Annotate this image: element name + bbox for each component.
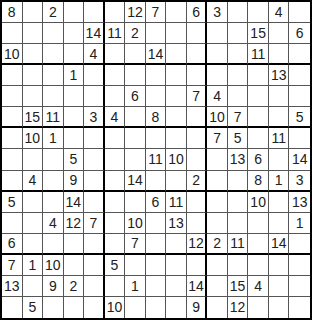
- cell-r9c7[interactable]: 14: [125, 171, 146, 192]
- cell-r4c12[interactable]: [228, 65, 249, 86]
- cell-r5c10[interactable]: 7: [187, 86, 208, 107]
- cell-r15c2[interactable]: 5: [23, 297, 44, 318]
- cell-r14c4[interactable]: 2: [64, 276, 85, 297]
- cell-r9c12[interactable]: [228, 171, 249, 192]
- cell-r3c7[interactable]: [125, 44, 146, 65]
- cell-r11c2[interactable]: [23, 213, 44, 234]
- cell-r14c14[interactable]: [269, 276, 290, 297]
- cell-r14c11[interactable]: [207, 276, 228, 297]
- cell-r5c4[interactable]: [64, 86, 85, 107]
- cell-r11c14[interactable]: [269, 213, 290, 234]
- cell-r15c8[interactable]: [146, 297, 167, 318]
- cell-r5c13[interactable]: [248, 86, 269, 107]
- cell-r10c9[interactable]: 11: [166, 192, 187, 213]
- cell-r6c1[interactable]: [2, 107, 23, 128]
- cell-r11c4[interactable]: 12: [64, 213, 85, 234]
- cell-r9c11[interactable]: [207, 171, 228, 192]
- cell-r8c11[interactable]: [207, 149, 228, 170]
- cell-r6c2[interactable]: 15: [23, 107, 44, 128]
- cell-r5c11[interactable]: 4: [207, 86, 228, 107]
- cell-r5c14[interactable]: [269, 86, 290, 107]
- cell-r3c2[interactable]: [23, 44, 44, 65]
- cell-r7c12[interactable]: 5: [228, 128, 249, 149]
- cell-r10c6[interactable]: [105, 192, 126, 213]
- cell-r1c2[interactable]: [23, 2, 44, 23]
- cell-r15c9[interactable]: [166, 297, 187, 318]
- cell-r7c1[interactable]: [2, 128, 23, 149]
- cell-r3c13[interactable]: 11: [248, 44, 269, 65]
- cell-r6c9[interactable]: [166, 107, 187, 128]
- cell-r9c2[interactable]: 4: [23, 171, 44, 192]
- cell-r11c5[interactable]: 7: [84, 213, 105, 234]
- cell-r12c11[interactable]: 2: [207, 234, 228, 255]
- cell-r7c3[interactable]: 1: [43, 128, 64, 149]
- cell-r12c13[interactable]: [248, 234, 269, 255]
- cell-r15c6[interactable]: 10: [105, 297, 126, 318]
- cell-r11c10[interactable]: [187, 213, 208, 234]
- cell-r1c1[interactable]: 8: [2, 2, 23, 23]
- cell-r12c6[interactable]: [105, 234, 126, 255]
- cell-r3c14[interactable]: [269, 44, 290, 65]
- cell-r11c8[interactable]: [146, 213, 167, 234]
- cell-r9c4[interactable]: 9: [64, 171, 85, 192]
- cell-r9c1[interactable]: [2, 171, 23, 192]
- cell-r2c8[interactable]: [146, 23, 167, 44]
- cell-r7c10[interactable]: [187, 128, 208, 149]
- cell-r4c2[interactable]: [23, 65, 44, 86]
- cell-r7c15[interactable]: [289, 128, 310, 149]
- cell-r2c14[interactable]: [269, 23, 290, 44]
- cell-r15c4[interactable]: [64, 297, 85, 318]
- cell-r7c2[interactable]: 10: [23, 128, 44, 149]
- cell-r4c1[interactable]: [2, 65, 23, 86]
- cell-r12c12[interactable]: 11: [228, 234, 249, 255]
- cell-r8c6[interactable]: [105, 149, 126, 170]
- cell-r10c3[interactable]: [43, 192, 64, 213]
- cell-r10c14[interactable]: [269, 192, 290, 213]
- cell-r2c1[interactable]: [2, 23, 23, 44]
- cell-r12c2[interactable]: [23, 234, 44, 255]
- cell-r13c4[interactable]: [64, 255, 85, 276]
- cell-r7c13[interactable]: [248, 128, 269, 149]
- cell-r1c15[interactable]: [289, 2, 310, 23]
- cell-r6c7[interactable]: [125, 107, 146, 128]
- cell-r13c7[interactable]: [125, 255, 146, 276]
- cell-r1c6[interactable]: [105, 2, 126, 23]
- cell-r2c9[interactable]: [166, 23, 187, 44]
- cell-r1c14[interactable]: 4: [269, 2, 290, 23]
- cell-r2c11[interactable]: [207, 23, 228, 44]
- cell-r14c7[interactable]: 1: [125, 276, 146, 297]
- cell-r3c6[interactable]: [105, 44, 126, 65]
- cell-r13c11[interactable]: [207, 255, 228, 276]
- cell-r10c11[interactable]: [207, 192, 228, 213]
- cell-r13c3[interactable]: 10: [43, 255, 64, 276]
- cell-r9c14[interactable]: 1: [269, 171, 290, 192]
- cell-r8c1[interactable]: [2, 149, 23, 170]
- cell-r12c15[interactable]: [289, 234, 310, 255]
- cell-r2c3[interactable]: [43, 23, 64, 44]
- cell-r5c2[interactable]: [23, 86, 44, 107]
- cell-r15c10[interactable]: 9: [187, 297, 208, 318]
- cell-r4c7[interactable]: [125, 65, 146, 86]
- cell-r5c7[interactable]: 6: [125, 86, 146, 107]
- cell-r4c4[interactable]: 1: [64, 65, 85, 86]
- cell-r4c6[interactable]: [105, 65, 126, 86]
- cell-r7c5[interactable]: [84, 128, 105, 149]
- cell-r11c13[interactable]: [248, 213, 269, 234]
- cell-r10c10[interactable]: [187, 192, 208, 213]
- cell-r8c15[interactable]: 14: [289, 149, 310, 170]
- cell-r3c10[interactable]: [187, 44, 208, 65]
- cell-r8c12[interactable]: 13: [228, 149, 249, 170]
- cell-r9c8[interactable]: [146, 171, 167, 192]
- cell-r14c5[interactable]: [84, 276, 105, 297]
- cell-r4c9[interactable]: [166, 65, 187, 86]
- cell-r4c8[interactable]: [146, 65, 167, 86]
- cell-r3c15[interactable]: [289, 44, 310, 65]
- cell-r2c12[interactable]: [228, 23, 249, 44]
- cell-r11c15[interactable]: 1: [289, 213, 310, 234]
- cell-r4c14[interactable]: 13: [269, 65, 290, 86]
- cell-r1c12[interactable]: [228, 2, 249, 23]
- cell-r7c4[interactable]: [64, 128, 85, 149]
- cell-r12c1[interactable]: 6: [2, 234, 23, 255]
- cell-r6c14[interactable]: [269, 107, 290, 128]
- cell-r8c5[interactable]: [84, 149, 105, 170]
- cell-r12c5[interactable]: [84, 234, 105, 255]
- cell-r2c2[interactable]: [23, 23, 44, 44]
- cell-r11c3[interactable]: 4: [43, 213, 64, 234]
- cell-r12c14[interactable]: 14: [269, 234, 290, 255]
- cell-r12c4[interactable]: [64, 234, 85, 255]
- cell-r11c11[interactable]: [207, 213, 228, 234]
- cell-r6c6[interactable]: 4: [105, 107, 126, 128]
- cell-r3c12[interactable]: [228, 44, 249, 65]
- cell-r1c13[interactable]: [248, 2, 269, 23]
- cell-r8c10[interactable]: [187, 149, 208, 170]
- cell-r11c9[interactable]: 13: [166, 213, 187, 234]
- cell-r14c13[interactable]: 4: [248, 276, 269, 297]
- cell-r13c10[interactable]: [187, 255, 208, 276]
- cell-r7c11[interactable]: 7: [207, 128, 228, 149]
- cell-r3c3[interactable]: [43, 44, 64, 65]
- cell-r3c9[interactable]: [166, 44, 187, 65]
- cell-r12c3[interactable]: [43, 234, 64, 255]
- cell-r3c8[interactable]: 14: [146, 44, 167, 65]
- cell-r6c3[interactable]: 11: [43, 107, 64, 128]
- cell-r4c10[interactable]: [187, 65, 208, 86]
- cell-r10c13[interactable]: 10: [248, 192, 269, 213]
- cell-r1c5[interactable]: [84, 2, 105, 23]
- cell-r3c5[interactable]: 4: [84, 44, 105, 65]
- cell-r10c1[interactable]: 5: [2, 192, 23, 213]
- cell-r6c10[interactable]: [187, 107, 208, 128]
- cell-r11c7[interactable]: 10: [125, 213, 146, 234]
- cell-r8c14[interactable]: [269, 149, 290, 170]
- cell-r12c7[interactable]: 7: [125, 234, 146, 255]
- cell-r14c12[interactable]: 15: [228, 276, 249, 297]
- cell-r10c5[interactable]: [84, 192, 105, 213]
- cell-r5c15[interactable]: [289, 86, 310, 107]
- cell-r1c4[interactable]: [64, 2, 85, 23]
- cell-r2c4[interactable]: [64, 23, 85, 44]
- cell-r5c3[interactable]: [43, 86, 64, 107]
- cell-r1c3[interactable]: 2: [43, 2, 64, 23]
- cell-r4c13[interactable]: [248, 65, 269, 86]
- cell-r15c7[interactable]: [125, 297, 146, 318]
- cell-r7c7[interactable]: [125, 128, 146, 149]
- cell-r15c3[interactable]: [43, 297, 64, 318]
- cell-r12c10[interactable]: 12: [187, 234, 208, 255]
- cell-r7c9[interactable]: [166, 128, 187, 149]
- cell-r13c13[interactable]: [248, 255, 269, 276]
- cell-r5c6[interactable]: [105, 86, 126, 107]
- cell-r9c15[interactable]: 3: [289, 171, 310, 192]
- cell-r14c1[interactable]: 13: [2, 276, 23, 297]
- cell-r12c8[interactable]: [146, 234, 167, 255]
- cell-r6c13[interactable]: [248, 107, 269, 128]
- cell-r5c1[interactable]: [2, 86, 23, 107]
- cell-r3c11[interactable]: [207, 44, 228, 65]
- cell-r15c14[interactable]: [269, 297, 290, 318]
- cell-r3c4[interactable]: [64, 44, 85, 65]
- cell-r3c1[interactable]: 10: [2, 44, 23, 65]
- cell-r13c8[interactable]: [146, 255, 167, 276]
- cell-r5c8[interactable]: [146, 86, 167, 107]
- cell-r13c1[interactable]: 7: [2, 255, 23, 276]
- cell-r6c12[interactable]: 7: [228, 107, 249, 128]
- cell-r14c2[interactable]: [23, 276, 44, 297]
- cell-r7c8[interactable]: [146, 128, 167, 149]
- cell-r10c7[interactable]: [125, 192, 146, 213]
- cell-r1c11[interactable]: 3: [207, 2, 228, 23]
- cell-r2c7[interactable]: 2: [125, 23, 146, 44]
- cell-r1c10[interactable]: 6: [187, 2, 208, 23]
- cell-r2c15[interactable]: 6: [289, 23, 310, 44]
- cell-r13c9[interactable]: [166, 255, 187, 276]
- cell-r6c5[interactable]: 3: [84, 107, 105, 128]
- cell-r8c7[interactable]: [125, 149, 146, 170]
- cell-r1c7[interactable]: 12: [125, 2, 146, 23]
- cell-r9c10[interactable]: 2: [187, 171, 208, 192]
- cell-r13c5[interactable]: [84, 255, 105, 276]
- cell-r7c14[interactable]: 11: [269, 128, 290, 149]
- cell-r15c11[interactable]: [207, 297, 228, 318]
- cell-r8c3[interactable]: [43, 149, 64, 170]
- cell-r12c9[interactable]: [166, 234, 187, 255]
- cell-r9c3[interactable]: [43, 171, 64, 192]
- cell-r9c13[interactable]: 8: [248, 171, 269, 192]
- cell-r5c5[interactable]: [84, 86, 105, 107]
- cell-r7c6[interactable]: [105, 128, 126, 149]
- cell-r6c8[interactable]: 8: [146, 107, 167, 128]
- cell-r1c9[interactable]: [166, 2, 187, 23]
- cell-r6c4[interactable]: [64, 107, 85, 128]
- cell-r11c6[interactable]: [105, 213, 126, 234]
- cell-r14c15[interactable]: [289, 276, 310, 297]
- cell-r11c12[interactable]: [228, 213, 249, 234]
- cell-r10c2[interactable]: [23, 192, 44, 213]
- cell-r15c1[interactable]: [2, 297, 23, 318]
- cell-r8c2[interactable]: [23, 149, 44, 170]
- cell-r9c5[interactable]: [84, 171, 105, 192]
- cell-r14c8[interactable]: [146, 276, 167, 297]
- cell-r4c11[interactable]: [207, 65, 228, 86]
- cell-r10c8[interactable]: 6: [146, 192, 167, 213]
- cell-r1c8[interactable]: 7: [146, 2, 167, 23]
- cell-r4c3[interactable]: [43, 65, 64, 86]
- cell-r14c3[interactable]: 9: [43, 276, 64, 297]
- cell-r8c4[interactable]: 5: [64, 149, 85, 170]
- cell-r6c15[interactable]: 5: [289, 107, 310, 128]
- cell-r9c9[interactable]: [166, 171, 187, 192]
- cell-r11c1[interactable]: [2, 213, 23, 234]
- cell-r2c5[interactable]: 14: [84, 23, 105, 44]
- cell-r9c6[interactable]: [105, 171, 126, 192]
- cell-r13c2[interactable]: 1: [23, 255, 44, 276]
- cell-r15c15[interactable]: [289, 297, 310, 318]
- cell-r5c12[interactable]: [228, 86, 249, 107]
- cell-r10c12[interactable]: [228, 192, 249, 213]
- cell-r6c11[interactable]: 10: [207, 107, 228, 128]
- cell-r8c9[interactable]: 10: [166, 149, 187, 170]
- cell-r5c9[interactable]: [166, 86, 187, 107]
- cell-r2c10[interactable]: [187, 23, 208, 44]
- cell-r15c13[interactable]: [248, 297, 269, 318]
- cell-r2c6[interactable]: 11: [105, 23, 126, 44]
- cell-r13c6[interactable]: 5: [105, 255, 126, 276]
- cell-r4c5[interactable]: [84, 65, 105, 86]
- cell-r8c8[interactable]: 11: [146, 149, 167, 170]
- cell-r2c13[interactable]: 15: [248, 23, 269, 44]
- cell-r14c6[interactable]: [105, 276, 126, 297]
- cell-r13c12[interactable]: [228, 255, 249, 276]
- cell-r4c15[interactable]: [289, 65, 310, 86]
- cell-r10c15[interactable]: 13: [289, 192, 310, 213]
- cell-r14c10[interactable]: 14: [187, 276, 208, 297]
- cell-r15c5[interactable]: [84, 297, 105, 318]
- cell-r15c12[interactable]: 12: [228, 297, 249, 318]
- cell-r13c14[interactable]: [269, 255, 290, 276]
- cell-r13c15[interactable]: [289, 255, 310, 276]
- sudoku-board: 8212763414112156104141111367415113481075…: [0, 0, 312, 320]
- cell-r10c4[interactable]: 14: [64, 192, 85, 213]
- cell-r14c9[interactable]: [166, 276, 187, 297]
- cell-r8c13[interactable]: 6: [248, 149, 269, 170]
